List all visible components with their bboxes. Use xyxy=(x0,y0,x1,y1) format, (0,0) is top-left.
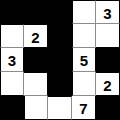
white-cell-r4c1[interactable] xyxy=(24,96,48,120)
clue-number: 2 xyxy=(103,77,111,92)
clue-number: 3 xyxy=(103,5,111,20)
white-cell-r1c0[interactable] xyxy=(0,24,24,48)
white-cell-r2c0[interactable]: 3 xyxy=(0,48,24,72)
clue-number: 2 xyxy=(31,29,39,44)
white-cell-r2c3[interactable]: 5 xyxy=(72,48,96,72)
white-cell-r0c4[interactable]: 3 xyxy=(96,0,120,24)
clue-number: 3 xyxy=(8,53,16,68)
puzzle-board: 323527 xyxy=(0,0,120,120)
black-cell-r2c4[interactable] xyxy=(96,48,120,72)
clue-number: 7 xyxy=(79,101,87,116)
white-cell-r3c4[interactable]: 2 xyxy=(96,72,120,96)
white-cell-r1c4[interactable] xyxy=(96,24,120,48)
black-cell-r0c1[interactable] xyxy=(24,0,48,24)
white-cell-r4c2[interactable] xyxy=(48,96,72,120)
black-cell-r2c2[interactable] xyxy=(48,48,72,72)
white-cell-r3c1[interactable] xyxy=(24,72,48,96)
black-cell-r1c2[interactable] xyxy=(48,24,72,48)
black-cell-r2c1[interactable] xyxy=(24,48,48,72)
black-cell-r0c2[interactable] xyxy=(48,0,72,24)
black-cell-r4c0[interactable] xyxy=(0,96,24,120)
white-cell-r3c0[interactable] xyxy=(0,72,24,96)
clue-number: 5 xyxy=(80,53,88,68)
white-cell-r0c3[interactable] xyxy=(72,0,96,24)
white-cell-r3c3[interactable] xyxy=(72,72,96,96)
white-cell-r4c3[interactable]: 7 xyxy=(72,96,96,120)
black-cell-r4c4[interactable] xyxy=(96,96,120,120)
white-cell-r1c3[interactable] xyxy=(72,24,96,48)
white-cell-r1c1[interactable]: 2 xyxy=(24,24,48,48)
black-cell-r3c2[interactable] xyxy=(48,72,72,96)
black-cell-r0c0[interactable] xyxy=(0,0,24,24)
